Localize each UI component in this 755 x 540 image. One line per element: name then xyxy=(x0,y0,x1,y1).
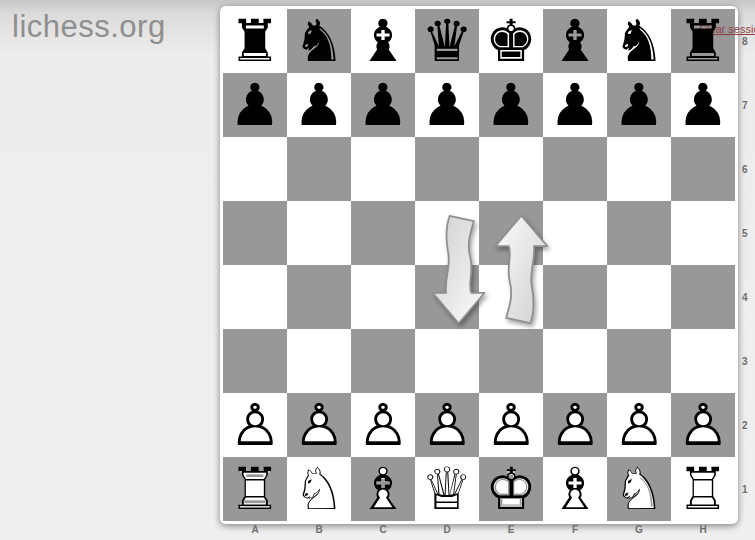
square-e3[interactable] xyxy=(479,329,543,393)
square-a7[interactable]: ♟ xyxy=(223,73,287,137)
square-f3[interactable] xyxy=(543,329,607,393)
square-e1[interactable]: ♚♔ xyxy=(479,457,543,521)
square-c2[interactable]: ♟♙ xyxy=(351,393,415,457)
square-g3[interactable] xyxy=(607,329,671,393)
piece-black-bishop[interactable]: ♝ xyxy=(543,9,607,73)
piece-black-rook[interactable]: ♜ xyxy=(671,9,735,73)
piece-outline: ♙ xyxy=(287,393,351,457)
piece-black-rook[interactable]: ♜ xyxy=(223,9,287,73)
piece-white-knight[interactable]: ♞♘ xyxy=(287,457,351,521)
piece-white-bishop[interactable]: ♝♗ xyxy=(351,457,415,521)
piece-white-pawn[interactable]: ♟♙ xyxy=(223,393,287,457)
square-g6[interactable] xyxy=(607,137,671,201)
piece-white-rook[interactable]: ♜♖ xyxy=(671,457,735,521)
square-f7[interactable]: ♟ xyxy=(543,73,607,137)
square-a1[interactable]: ♜♖ xyxy=(223,457,287,521)
piece-black-pawn[interactable]: ♟ xyxy=(479,73,543,137)
square-d6[interactable] xyxy=(415,137,479,201)
square-b1[interactable]: ♞♘ xyxy=(287,457,351,521)
square-e7[interactable]: ♟ xyxy=(479,73,543,137)
flip-arrow-up xyxy=(495,216,547,323)
piece-white-pawn[interactable]: ♟♙ xyxy=(351,393,415,457)
square-e2[interactable]: ♟♙ xyxy=(479,393,543,457)
site-logo[interactable]: lichess.org xyxy=(12,9,166,45)
square-b5[interactable] xyxy=(287,201,351,265)
piece-outline: ♔ xyxy=(479,457,543,521)
rank-label-8: 8 xyxy=(742,9,754,73)
file-label-e: E xyxy=(479,524,543,535)
square-h8[interactable]: ♜ xyxy=(671,9,735,73)
piece-black-pawn[interactable]: ♟ xyxy=(543,73,607,137)
square-b7[interactable]: ♟ xyxy=(287,73,351,137)
square-d7[interactable]: ♟ xyxy=(415,73,479,137)
piece-outline: ♖ xyxy=(671,457,735,521)
square-b3[interactable] xyxy=(287,329,351,393)
piece-outline: ♙ xyxy=(415,393,479,457)
piece-outline: ♘ xyxy=(287,457,351,521)
square-c7[interactable]: ♟ xyxy=(351,73,415,137)
square-b6[interactable] xyxy=(287,137,351,201)
piece-white-pawn[interactable]: ♟♙ xyxy=(543,393,607,457)
square-h3[interactable] xyxy=(671,329,735,393)
piece-outline: ♙ xyxy=(351,393,415,457)
piece-black-pawn[interactable]: ♟ xyxy=(415,73,479,137)
flip-arrow-down xyxy=(433,216,485,323)
square-a3[interactable] xyxy=(223,329,287,393)
rank-label-3: 3 xyxy=(742,329,754,393)
piece-outline: ♘ xyxy=(607,457,671,521)
square-a4[interactable] xyxy=(223,265,287,329)
file-label-h: H xyxy=(671,524,735,535)
piece-white-pawn[interactable]: ♟♙ xyxy=(415,393,479,457)
piece-white-knight[interactable]: ♞♘ xyxy=(607,457,671,521)
square-g4[interactable] xyxy=(607,265,671,329)
square-d1[interactable]: ♛♕ xyxy=(415,457,479,521)
piece-white-pawn[interactable]: ♟♙ xyxy=(671,393,735,457)
rank-label-6: 6 xyxy=(742,137,754,201)
square-c1[interactable]: ♝♗ xyxy=(351,457,415,521)
square-a2[interactable]: ♟♙ xyxy=(223,393,287,457)
piece-outline: ♙ xyxy=(543,393,607,457)
file-label-g: G xyxy=(607,524,671,535)
file-label-b: B xyxy=(287,524,351,535)
piece-white-rook[interactable]: ♜♖ xyxy=(223,457,287,521)
square-g7[interactable]: ♟ xyxy=(607,73,671,137)
piece-white-pawn[interactable]: ♟♙ xyxy=(607,393,671,457)
piece-black-knight[interactable]: ♞ xyxy=(287,9,351,73)
square-f2[interactable]: ♟♙ xyxy=(543,393,607,457)
piece-black-pawn[interactable]: ♟ xyxy=(287,73,351,137)
square-d3[interactable] xyxy=(415,329,479,393)
file-label-c: C xyxy=(351,524,415,535)
piece-outline: ♗ xyxy=(543,457,607,521)
square-c3[interactable] xyxy=(351,329,415,393)
square-f4[interactable] xyxy=(543,265,607,329)
square-e8[interactable]: ♚ xyxy=(479,9,543,73)
square-h5[interactable] xyxy=(671,201,735,265)
square-d8[interactable]: ♛ xyxy=(415,9,479,73)
rank-label-5: 5 xyxy=(742,201,754,265)
piece-black-knight[interactable]: ♞ xyxy=(607,9,671,73)
rank-labels: 87654321 xyxy=(742,9,754,521)
square-f1[interactable]: ♝♗ xyxy=(543,457,607,521)
file-labels: ABCDEFGH xyxy=(223,524,735,535)
square-f6[interactable] xyxy=(543,137,607,201)
piece-outline: ♙ xyxy=(479,393,543,457)
square-h7[interactable]: ♟ xyxy=(671,73,735,137)
piece-outline: ♗ xyxy=(351,457,415,521)
square-g5[interactable] xyxy=(607,201,671,265)
square-a6[interactable] xyxy=(223,137,287,201)
piece-outline: ♖ xyxy=(223,457,287,521)
square-b8[interactable]: ♞ xyxy=(287,9,351,73)
piece-white-king[interactable]: ♚♔ xyxy=(479,457,543,521)
square-h1[interactable]: ♜♖ xyxy=(671,457,735,521)
square-g8[interactable]: ♞ xyxy=(607,9,671,73)
rank-label-4: 4 xyxy=(742,265,754,329)
rank-label-2: 2 xyxy=(742,393,754,457)
piece-outline: ♙ xyxy=(223,393,287,457)
square-a5[interactable] xyxy=(223,201,287,265)
piece-black-pawn[interactable]: ♟ xyxy=(607,73,671,137)
piece-black-pawn[interactable]: ♟ xyxy=(671,73,735,137)
rank-label-7: 7 xyxy=(742,73,754,137)
piece-outline: ♙ xyxy=(671,393,735,457)
rank-label-1: 1 xyxy=(742,457,754,521)
piece-black-bishop[interactable]: ♝ xyxy=(351,9,415,73)
square-e6[interactable] xyxy=(479,137,543,201)
square-b4[interactable] xyxy=(287,265,351,329)
piece-black-queen[interactable]: ♛ xyxy=(415,9,479,73)
piece-white-queen[interactable]: ♛♕ xyxy=(415,457,479,521)
file-label-d: D xyxy=(415,524,479,535)
flip-board-icon[interactable] xyxy=(430,209,550,330)
square-c8[interactable]: ♝ xyxy=(351,9,415,73)
file-label-f: F xyxy=(543,524,607,535)
square-c6[interactable] xyxy=(351,137,415,201)
square-d2[interactable]: ♟♙ xyxy=(415,393,479,457)
square-h6[interactable] xyxy=(671,137,735,201)
square-c5[interactable] xyxy=(351,201,415,265)
piece-black-pawn[interactable]: ♟ xyxy=(351,73,415,137)
square-g2[interactable]: ♟♙ xyxy=(607,393,671,457)
piece-outline: ♕ xyxy=(415,457,479,521)
piece-white-pawn[interactable]: ♟♙ xyxy=(479,393,543,457)
square-h4[interactable] xyxy=(671,265,735,329)
square-a8[interactable]: ♜ xyxy=(223,9,287,73)
square-h2[interactable]: ♟♙ xyxy=(671,393,735,457)
square-f5[interactable] xyxy=(543,201,607,265)
square-f8[interactable]: ♝ xyxy=(543,9,607,73)
piece-black-pawn[interactable]: ♟ xyxy=(223,73,287,137)
piece-black-king[interactable]: ♚ xyxy=(479,9,543,73)
file-label-a: A xyxy=(223,524,287,535)
piece-white-bishop[interactable]: ♝♗ xyxy=(543,457,607,521)
square-c4[interactable] xyxy=(351,265,415,329)
piece-outline: ♙ xyxy=(607,393,671,457)
square-g1[interactable]: ♞♘ xyxy=(607,457,671,521)
square-b2[interactable]: ♟♙ xyxy=(287,393,351,457)
piece-white-pawn[interactable]: ♟♙ xyxy=(287,393,351,457)
